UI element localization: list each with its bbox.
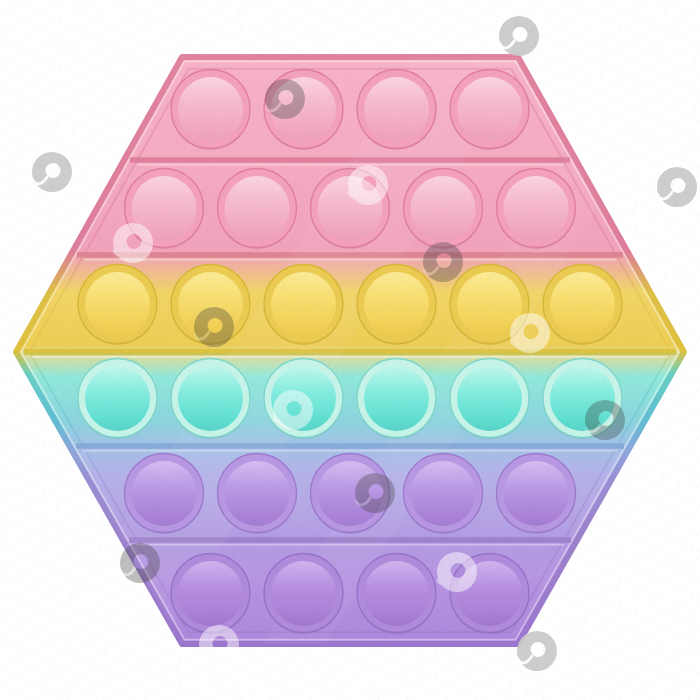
pop-it-toy (0, 0, 700, 700)
bubble-r6c4[interactable] (450, 554, 529, 635)
bubble-r3c6[interactable] (543, 265, 622, 346)
bubble-r6c2[interactable] (264, 554, 343, 635)
bubble-r4c5[interactable] (450, 359, 529, 440)
bubble-r1c1[interactable] (171, 70, 250, 151)
bubble-r2c5[interactable] (497, 169, 576, 250)
watermark-logo (499, 16, 539, 56)
bubble-r5c1[interactable] (125, 454, 204, 535)
bubble-r4c4[interactable] (357, 359, 436, 440)
bubble-r6c3[interactable] (357, 554, 436, 635)
bubble-r3c3[interactable] (264, 265, 343, 346)
bubble-r4c2[interactable] (171, 359, 250, 440)
bubble-r2c2[interactable] (218, 169, 297, 250)
bubble-r5c2[interactable] (218, 454, 297, 535)
bubble-r1c3[interactable] (357, 70, 436, 151)
watermark-logo (32, 152, 72, 192)
bubble-r4c1[interactable] (78, 359, 157, 440)
bubble-r3c4[interactable] (357, 265, 436, 346)
watermark-logo (517, 631, 557, 671)
bubble-r5c3[interactable] (311, 454, 390, 535)
bubble-r2c1[interactable] (125, 169, 204, 250)
bubble-r3c1[interactable] (78, 265, 157, 346)
bubble-r2c4[interactable] (404, 169, 483, 250)
bubble-r5c5[interactable] (497, 454, 576, 535)
bubble-r6c1[interactable] (171, 554, 250, 635)
bubble-r1c4[interactable] (450, 70, 529, 151)
watermark-logo (657, 167, 697, 207)
bubble-r5c4[interactable] (404, 454, 483, 535)
illustration-canvas (0, 0, 700, 700)
